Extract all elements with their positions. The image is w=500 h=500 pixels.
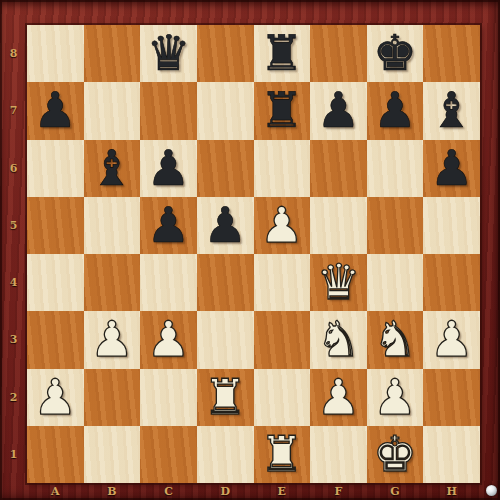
black-pawn[interactable]: ♟ xyxy=(147,201,191,250)
black-pawn[interactable]: ♟ xyxy=(373,86,417,135)
black-pawn[interactable]: ♟ xyxy=(316,86,360,135)
square-a1[interactable] xyxy=(27,426,84,483)
square-h8[interactable] xyxy=(423,25,480,82)
square-f5[interactable] xyxy=(310,197,367,254)
square-c6[interactable]: ♟ xyxy=(140,140,197,197)
square-h4[interactable] xyxy=(423,254,480,311)
square-f8[interactable] xyxy=(310,25,367,82)
file-label-g: G xyxy=(367,483,424,500)
square-f1[interactable] xyxy=(310,426,367,483)
square-f6[interactable] xyxy=(310,140,367,197)
square-b1[interactable] xyxy=(84,426,141,483)
white-knight[interactable]: ♞ xyxy=(373,315,417,364)
square-g2[interactable]: ♟ xyxy=(367,369,424,426)
square-a7[interactable]: ♟ xyxy=(27,82,84,139)
white-pawn[interactable]: ♟ xyxy=(260,201,304,250)
file-label-f: F xyxy=(310,483,367,500)
square-d4[interactable] xyxy=(197,254,254,311)
rank-label-1: 1 xyxy=(0,426,27,483)
square-b7[interactable] xyxy=(84,82,141,139)
square-b3[interactable]: ♟ xyxy=(84,311,141,368)
square-g1[interactable]: ♚ xyxy=(367,426,424,483)
file-label-h: H xyxy=(423,483,480,500)
file-label-b: B xyxy=(84,483,141,500)
square-f3[interactable]: ♞ xyxy=(310,311,367,368)
square-d2[interactable]: ♜ xyxy=(197,369,254,426)
white-knight[interactable]: ♞ xyxy=(316,315,360,364)
square-h6[interactable]: ♟ xyxy=(423,140,480,197)
black-rook[interactable]: ♜ xyxy=(260,29,304,78)
white-queen[interactable]: ♛ xyxy=(316,258,360,307)
white-pawn[interactable]: ♟ xyxy=(147,315,191,364)
square-d1[interactable] xyxy=(197,426,254,483)
black-pawn[interactable]: ♟ xyxy=(203,201,247,250)
square-e7[interactable]: ♜ xyxy=(254,82,311,139)
square-d5[interactable]: ♟ xyxy=(197,197,254,254)
square-a4[interactable] xyxy=(27,254,84,311)
square-g5[interactable] xyxy=(367,197,424,254)
square-h5[interactable] xyxy=(423,197,480,254)
white-pawn[interactable]: ♟ xyxy=(316,373,360,422)
square-b2[interactable] xyxy=(84,369,141,426)
square-e8[interactable]: ♜ xyxy=(254,25,311,82)
square-c7[interactable] xyxy=(140,82,197,139)
black-bishop[interactable]: ♝ xyxy=(90,144,134,193)
rank-label-6: 6 xyxy=(0,140,27,197)
square-g7[interactable]: ♟ xyxy=(367,82,424,139)
square-c8[interactable]: ♛ xyxy=(140,25,197,82)
file-label-a: A xyxy=(27,483,84,500)
file-label-e: E xyxy=(254,483,311,500)
square-a2[interactable]: ♟ xyxy=(27,369,84,426)
square-g4[interactable] xyxy=(367,254,424,311)
black-queen[interactable]: ♛ xyxy=(147,29,191,78)
square-e2[interactable] xyxy=(254,369,311,426)
square-g6[interactable] xyxy=(367,140,424,197)
white-to-move-indicator xyxy=(486,485,497,496)
square-h7[interactable]: ♝ xyxy=(423,82,480,139)
rank-label-2: 2 xyxy=(0,369,27,426)
black-pawn[interactable]: ♟ xyxy=(430,144,474,193)
file-label-d: D xyxy=(197,483,254,500)
square-b8[interactable] xyxy=(84,25,141,82)
rank-label-8: 8 xyxy=(0,25,27,82)
rank-label-5: 5 xyxy=(0,197,27,254)
square-f7[interactable]: ♟ xyxy=(310,82,367,139)
square-f2[interactable]: ♟ xyxy=(310,369,367,426)
square-e3[interactable] xyxy=(254,311,311,368)
square-c5[interactable]: ♟ xyxy=(140,197,197,254)
square-h1[interactable] xyxy=(423,426,480,483)
square-f4[interactable]: ♛ xyxy=(310,254,367,311)
square-c1[interactable] xyxy=(140,426,197,483)
white-pawn[interactable]: ♟ xyxy=(373,373,417,422)
square-d6[interactable] xyxy=(197,140,254,197)
square-d7[interactable] xyxy=(197,82,254,139)
file-label-c: C xyxy=(140,483,197,500)
square-c2[interactable] xyxy=(140,369,197,426)
rank-label-7: 7 xyxy=(0,82,27,139)
white-rook[interactable]: ♜ xyxy=(203,373,247,422)
rank-label-3: 3 xyxy=(0,311,27,368)
white-pawn[interactable]: ♟ xyxy=(430,315,474,364)
square-b4[interactable] xyxy=(84,254,141,311)
square-g8[interactable]: ♚ xyxy=(367,25,424,82)
square-h2[interactable] xyxy=(423,369,480,426)
square-b5[interactable] xyxy=(84,197,141,254)
square-b6[interactable]: ♝ xyxy=(84,140,141,197)
square-e6[interactable] xyxy=(254,140,311,197)
square-a5[interactable] xyxy=(27,197,84,254)
square-e5[interactable]: ♟ xyxy=(254,197,311,254)
square-a8[interactable] xyxy=(27,25,84,82)
square-d8[interactable] xyxy=(197,25,254,82)
black-bishop[interactable]: ♝ xyxy=(430,86,474,135)
square-g3[interactable]: ♞ xyxy=(367,311,424,368)
white-pawn[interactable]: ♟ xyxy=(33,373,77,422)
chessboard: ♛♜♚♟♜♟♟♝♝♟♟♟♟♟♛♟♟♞♞♟♟♜♟♟♜♚ xyxy=(27,25,480,483)
square-h3[interactable]: ♟ xyxy=(423,311,480,368)
white-king[interactable]: ♚ xyxy=(373,430,417,479)
square-a6[interactable] xyxy=(27,140,84,197)
square-a3[interactable] xyxy=(27,311,84,368)
white-pawn[interactable]: ♟ xyxy=(90,315,134,364)
square-d3[interactable] xyxy=(197,311,254,368)
black-king[interactable]: ♚ xyxy=(373,29,417,78)
square-e1[interactable]: ♜ xyxy=(254,426,311,483)
square-e4[interactable] xyxy=(254,254,311,311)
white-rook[interactable]: ♜ xyxy=(260,430,304,479)
black-rook[interactable]: ♜ xyxy=(260,86,304,135)
rank-label-4: 4 xyxy=(0,254,27,311)
black-pawn[interactable]: ♟ xyxy=(33,86,77,135)
chessboard-frame: ♛♜♚♟♜♟♟♝♝♟♟♟♟♟♛♟♟♞♞♟♟♜♟♟♜♚ 87654321 ABCD… xyxy=(0,0,500,500)
black-pawn[interactable]: ♟ xyxy=(147,144,191,193)
square-c4[interactable] xyxy=(140,254,197,311)
square-c3[interactable]: ♟ xyxy=(140,311,197,368)
